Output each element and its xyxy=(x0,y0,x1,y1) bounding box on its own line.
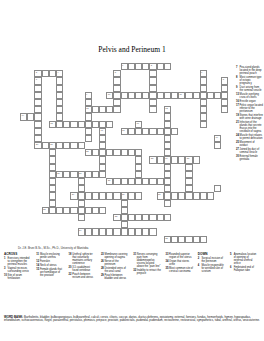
crossword-cell[interactable] xyxy=(92,207,99,214)
crossword-cell[interactable] xyxy=(92,106,99,113)
crossword-grid[interactable]: 1234567891011121314151617181920212223242… xyxy=(20,63,228,243)
crossword-cell[interactable]: 4 xyxy=(56,70,63,77)
crossword-cell[interactable] xyxy=(92,121,99,128)
blocked-cell xyxy=(185,77,192,84)
crossword-cell[interactable] xyxy=(85,135,92,142)
blocked-cell xyxy=(34,171,41,178)
crossword-cell[interactable] xyxy=(149,228,156,235)
crossword-cell[interactable] xyxy=(34,92,41,99)
blocked-cell xyxy=(92,236,99,243)
blocked-cell xyxy=(157,185,164,192)
crossword-cell[interactable] xyxy=(78,121,85,128)
crossword-cell[interactable] xyxy=(164,63,171,70)
crossword-cell[interactable] xyxy=(207,92,214,99)
crossword-cell[interactable] xyxy=(128,128,135,135)
blocked-cell xyxy=(106,135,113,142)
crossword-cell[interactable] xyxy=(149,178,156,185)
crossword-cell[interactable] xyxy=(142,128,149,135)
crossword-cell[interactable] xyxy=(113,85,120,92)
crossword-cell[interactable] xyxy=(113,178,120,185)
crossword-cell[interactable] xyxy=(56,113,63,120)
crossword-cell[interactable] xyxy=(135,171,142,178)
crossword-cell[interactable] xyxy=(27,113,34,120)
crossword-cell[interactable] xyxy=(185,185,192,192)
blocked-cell xyxy=(99,185,106,192)
crossword-cell[interactable] xyxy=(99,142,106,149)
crossword-cell[interactable] xyxy=(185,92,192,99)
crossword-cell[interactable]: 5 xyxy=(113,70,120,77)
crossword-cell[interactable] xyxy=(113,192,120,199)
crossword-cell[interactable] xyxy=(56,142,63,149)
crossword-cell[interactable] xyxy=(157,214,164,221)
clue-item-text: Most common site of cervical carcinoma xyxy=(169,267,193,273)
crossword-cell[interactable] xyxy=(135,63,142,70)
crossword-cell[interactable] xyxy=(193,92,200,99)
clue-column: 23Membrane covering opening of vagina26N… xyxy=(101,253,129,281)
crossword-cell[interactable]: 1 xyxy=(121,63,128,70)
crossword-cell[interactable] xyxy=(135,156,142,163)
crossword-cell[interactable] xyxy=(106,149,113,156)
blocked-cell xyxy=(56,128,63,135)
crossword-cell[interactable] xyxy=(49,200,56,207)
blocked-cell xyxy=(70,149,77,156)
crossword-cell[interactable] xyxy=(200,77,207,84)
crossword-cell[interactable] xyxy=(178,236,185,243)
blocked-cell xyxy=(157,142,164,149)
blocked-cell xyxy=(149,142,156,149)
crossword-cell[interactable] xyxy=(128,63,135,70)
crossword-cell[interactable]: 29 xyxy=(70,192,77,199)
blocked-cell xyxy=(142,135,149,142)
crossword-cell[interactable]: 32 xyxy=(42,207,49,214)
crossword-cell[interactable] xyxy=(128,178,135,185)
crossword-cell[interactable] xyxy=(92,192,99,199)
crossword-cell[interactable] xyxy=(171,236,178,243)
crossword-cell[interactable] xyxy=(78,142,85,149)
crossword-cell[interactable] xyxy=(56,92,63,99)
crossword-cell[interactable] xyxy=(135,192,142,199)
crossword-cell[interactable] xyxy=(63,121,70,128)
crossword-cell[interactable] xyxy=(135,128,142,135)
crossword-cell[interactable] xyxy=(149,128,156,135)
blocked-cell xyxy=(128,200,135,207)
crossword-cell[interactable] xyxy=(106,192,113,199)
crossword-cell[interactable] xyxy=(157,156,164,163)
crossword-cell[interactable] xyxy=(63,207,70,214)
crossword-cell[interactable]: 27 xyxy=(78,171,85,178)
crossword-cell[interactable] xyxy=(185,236,192,243)
crossword-cell[interactable] xyxy=(63,142,70,149)
crossword-cell[interactable] xyxy=(49,70,56,77)
crossword-cell[interactable]: 2 xyxy=(149,63,156,70)
crossword-cell[interactable] xyxy=(78,207,85,214)
blocked-cell xyxy=(164,207,171,214)
crossword-cell[interactable] xyxy=(221,85,228,92)
crossword-cell[interactable] xyxy=(85,113,92,120)
crossword-cell[interactable] xyxy=(34,121,41,128)
blocked-cell xyxy=(193,63,200,70)
crossword-cell[interactable] xyxy=(99,164,106,171)
clue-number: 31 xyxy=(158,193,161,195)
crossword-cell[interactable]: 25 xyxy=(185,156,192,163)
crossword-cell[interactable] xyxy=(85,171,92,178)
crossword-cell[interactable] xyxy=(121,149,128,156)
crossword-cell[interactable] xyxy=(70,142,77,149)
crossword-cell[interactable] xyxy=(49,164,56,171)
blocked-cell xyxy=(193,221,200,228)
crossword-cell[interactable] xyxy=(85,207,92,214)
crossword-cell[interactable] xyxy=(113,92,120,99)
blocked-cell xyxy=(20,70,27,77)
crossword-cell[interactable] xyxy=(70,121,77,128)
crossword-cell[interactable] xyxy=(113,106,120,113)
crossword-cell[interactable] xyxy=(185,164,192,171)
crossword-cell[interactable] xyxy=(56,106,63,113)
clue-item-text: Anomalous location of opening of externa… xyxy=(234,253,258,265)
crossword-cell[interactable] xyxy=(56,207,63,214)
crossword-cell[interactable] xyxy=(164,164,171,171)
crossword-cell[interactable] xyxy=(149,92,156,99)
crossword-cell[interactable] xyxy=(164,192,171,199)
crossword-cell[interactable] xyxy=(99,149,106,156)
clue-item: 15Female glands that are homologue of th… xyxy=(36,268,64,277)
crossword-cell[interactable] xyxy=(106,106,113,113)
blocked-cell xyxy=(78,63,85,70)
blocked-cell xyxy=(99,85,106,92)
blocked-cell xyxy=(193,99,200,106)
crossword-cell[interactable] xyxy=(78,185,85,192)
crossword-cell[interactable] xyxy=(164,128,171,135)
clue-item-text: Muscle that relaxes to permit defecation xyxy=(240,134,263,140)
crossword-cell[interactable]: 30 xyxy=(121,192,128,199)
crossword-cell[interactable] xyxy=(149,70,156,77)
crossword-cell[interactable] xyxy=(200,192,207,199)
crossword-cell[interactable] xyxy=(99,106,106,113)
crossword-cell[interactable] xyxy=(200,236,207,243)
blocked-cell xyxy=(78,236,85,243)
crossword-cell[interactable] xyxy=(70,207,77,214)
crossword-cell[interactable] xyxy=(164,178,171,185)
blocked-cell xyxy=(149,221,156,228)
blocked-cell xyxy=(121,135,128,142)
crossword-cell[interactable] xyxy=(56,99,63,106)
blocked-cell xyxy=(121,121,128,128)
crossword-cell[interactable] xyxy=(214,185,221,192)
crossword-cell[interactable] xyxy=(193,236,200,243)
crossword-cell[interactable] xyxy=(56,121,63,128)
crossword-cell[interactable] xyxy=(121,178,128,185)
crossword-cell[interactable] xyxy=(121,207,128,214)
crossword-cell[interactable] xyxy=(56,77,63,84)
crossword-cell[interactable] xyxy=(49,171,56,178)
crossword-cell[interactable] xyxy=(92,171,99,178)
crossword-cell[interactable] xyxy=(149,77,156,84)
blocked-cell xyxy=(63,164,70,171)
crossword-cell[interactable] xyxy=(135,178,142,185)
crossword-cell[interactable] xyxy=(135,92,142,99)
crossword-cell[interactable] xyxy=(149,214,156,221)
crossword-cell[interactable] xyxy=(142,63,149,70)
crossword-cell[interactable] xyxy=(85,128,92,135)
crossword-cell[interactable] xyxy=(171,192,178,199)
blocked-cell xyxy=(164,77,171,84)
blocked-cell xyxy=(207,106,214,113)
crossword-cell[interactable] xyxy=(121,200,128,207)
crossword-cell[interactable]: 14 xyxy=(20,113,27,120)
crossword-cell[interactable] xyxy=(34,113,41,120)
crossword-cell[interactable]: 22 xyxy=(85,149,92,156)
crossword-cell[interactable] xyxy=(70,171,77,178)
crossword-cell[interactable] xyxy=(142,214,149,221)
crossword-cell[interactable]: 19 xyxy=(214,135,221,142)
crossword-cell[interactable] xyxy=(142,92,149,99)
crossword-cell[interactable] xyxy=(200,85,207,92)
crossword-cell[interactable] xyxy=(99,135,106,142)
crossword-cell[interactable] xyxy=(171,156,178,163)
clue-column: 31Nerves conveying pain from abdominopel… xyxy=(133,253,161,281)
crossword-cell[interactable] xyxy=(164,121,171,128)
crossword-cell[interactable]: 7 xyxy=(34,77,41,84)
crossword-cell[interactable] xyxy=(214,92,221,99)
crossword-cell[interactable] xyxy=(142,228,149,235)
crossword-cell[interactable]: 16 xyxy=(135,121,142,128)
crossword-cell[interactable] xyxy=(85,121,92,128)
crossword-cell[interactable] xyxy=(113,228,120,235)
crossword-cell[interactable] xyxy=(99,228,106,235)
blocked-cell xyxy=(171,185,178,192)
blocked-cell xyxy=(106,142,113,149)
crossword-cell[interactable] xyxy=(49,156,56,163)
crossword-cell[interactable] xyxy=(164,185,171,192)
crossword-cell[interactable] xyxy=(113,149,120,156)
crossword-cell[interactable] xyxy=(164,200,171,207)
crossword-cell[interactable]: 8 xyxy=(221,77,228,84)
crossword-cell[interactable] xyxy=(178,192,185,199)
blocked-cell xyxy=(70,128,77,135)
crossword-cell[interactable]: 17 xyxy=(99,128,106,135)
crossword-cell[interactable]: 15 xyxy=(49,121,56,128)
crossword-cell[interactable]: 24 xyxy=(164,156,171,163)
blocked-cell xyxy=(92,178,99,185)
crossword-cell[interactable] xyxy=(85,228,92,235)
clue-item-text: Neck of uterus xyxy=(40,264,57,267)
crossword-cell[interactable] xyxy=(99,156,106,163)
blocked-cell xyxy=(171,221,178,228)
crossword-cell[interactable] xyxy=(34,99,41,106)
crossword-cell[interactable] xyxy=(121,214,128,221)
crossword-cell[interactable] xyxy=(164,149,171,156)
crossword-cell[interactable] xyxy=(99,207,106,214)
blocked-cell xyxy=(49,128,56,135)
crossword-cell[interactable]: 33 xyxy=(113,214,120,221)
blocked-cell xyxy=(42,200,49,207)
crossword-cell[interactable] xyxy=(121,228,128,235)
crossword-cell[interactable] xyxy=(49,178,56,185)
blocked-cell xyxy=(85,200,92,207)
blocked-cell xyxy=(70,135,77,142)
crossword-cell[interactable] xyxy=(193,192,200,199)
crossword-cell[interactable] xyxy=(85,99,92,106)
blocked-cell xyxy=(185,142,192,149)
blocked-cell xyxy=(56,192,63,199)
crossword-cell[interactable] xyxy=(157,92,164,99)
crossword-cell[interactable] xyxy=(106,228,113,235)
crossword-cell[interactable]: 23 xyxy=(149,156,156,163)
clue-column: 18Urethral sphincter that voluntarily ma… xyxy=(69,253,97,281)
crossword-cell[interactable] xyxy=(178,156,185,163)
crossword-cell[interactable] xyxy=(157,63,164,70)
crossword-cell[interactable] xyxy=(135,164,142,171)
crossword-cell[interactable] xyxy=(149,85,156,92)
crossword-cell[interactable] xyxy=(149,99,156,106)
clue-item: 6Fimbriated end of Fallopian tube xyxy=(230,266,258,272)
crossword-cell[interactable]: 6 xyxy=(200,70,207,77)
blocked-cell xyxy=(99,113,106,120)
crossword-cell[interactable] xyxy=(221,99,228,106)
clue-number: 10 xyxy=(108,93,111,95)
crossword-cell[interactable] xyxy=(164,135,171,142)
crossword-cell[interactable] xyxy=(78,178,85,185)
crossword-cell[interactable] xyxy=(185,171,192,178)
crossword-cell[interactable] xyxy=(221,106,228,113)
crossword-cell[interactable] xyxy=(214,142,221,149)
crossword-cell[interactable] xyxy=(42,70,49,77)
crossword-cell[interactable] xyxy=(78,200,85,207)
crossword-cell[interactable] xyxy=(99,192,106,199)
blocked-cell xyxy=(92,221,99,228)
crossword-cell[interactable] xyxy=(128,92,135,99)
crossword-cell[interactable] xyxy=(128,149,135,156)
crossword-cell[interactable] xyxy=(135,214,142,221)
crossword-cell[interactable] xyxy=(49,207,56,214)
crossword-cell[interactable] xyxy=(164,142,171,149)
crossword-cell[interactable] xyxy=(63,171,70,178)
crossword-cell[interactable] xyxy=(200,92,207,99)
blocked-cell xyxy=(185,113,192,120)
blocked-cell xyxy=(113,171,120,178)
crossword-cell[interactable]: 21 xyxy=(49,142,56,149)
blocked-cell xyxy=(171,178,178,185)
crossword-cell[interactable] xyxy=(149,106,156,113)
crossword-cell[interactable] xyxy=(200,113,207,120)
crossword-cell[interactable] xyxy=(34,106,41,113)
crossword-cell[interactable] xyxy=(193,156,200,163)
crossword-cell[interactable]: 34 xyxy=(78,228,85,235)
blocked-cell xyxy=(214,221,221,228)
crossword-cell[interactable]: 9 xyxy=(85,92,92,99)
crossword-cell[interactable] xyxy=(128,228,135,235)
crossword-cell[interactable]: 26 xyxy=(56,171,63,178)
crossword-cell[interactable] xyxy=(200,99,207,106)
clue-item-text: Organ that stores urine xyxy=(169,260,193,266)
blocked-cell xyxy=(92,164,99,171)
blocked-cell xyxy=(106,207,113,214)
crossword-cell[interactable]: 18 xyxy=(121,128,128,135)
blocked-cell xyxy=(20,164,27,171)
blocked-cell xyxy=(106,214,113,221)
crossword-cell[interactable]: 12 xyxy=(85,106,92,113)
crossword-cell[interactable] xyxy=(135,228,142,235)
crossword-cell[interactable] xyxy=(157,178,164,185)
crossword-cell[interactable] xyxy=(164,113,171,120)
crossword-cell[interactable] xyxy=(171,92,178,99)
crossword-cell[interactable]: 35 xyxy=(164,236,171,243)
crossword-cell[interactable] xyxy=(128,214,135,221)
crossword-cell[interactable] xyxy=(78,214,85,221)
crossword-cell[interactable]: 13 xyxy=(164,106,171,113)
crossword-cell[interactable] xyxy=(157,128,164,135)
crossword-cell[interactable] xyxy=(113,99,120,106)
blocked-cell xyxy=(34,207,41,214)
crossword-cell[interactable] xyxy=(56,85,63,92)
blocked-cell xyxy=(193,178,200,185)
crossword-cell[interactable] xyxy=(78,192,85,199)
crossword-cell[interactable] xyxy=(92,228,99,235)
crossword-cell[interactable] xyxy=(42,142,49,149)
crossword-cell[interactable] xyxy=(200,121,207,128)
blocked-cell xyxy=(27,121,34,128)
crossword-cell[interactable] xyxy=(99,121,106,128)
crossword-cell[interactable] xyxy=(185,192,192,199)
blocked-cell xyxy=(63,135,70,142)
crossword-cell[interactable] xyxy=(142,178,149,185)
crossword-cell[interactable] xyxy=(164,214,171,221)
crossword-cell[interactable]: 20 xyxy=(34,142,41,149)
crossword-cell[interactable] xyxy=(164,171,171,178)
crossword-cell[interactable] xyxy=(113,77,120,84)
crossword-cell[interactable] xyxy=(185,178,192,185)
blocked-cell xyxy=(214,207,221,214)
clue-number: 3 xyxy=(36,71,37,73)
crossword-cell[interactable] xyxy=(49,192,56,199)
crossword-cell[interactable] xyxy=(34,128,41,135)
crossword-cell[interactable] xyxy=(49,149,56,156)
blocked-cell xyxy=(27,214,34,221)
crossword-cell[interactable] xyxy=(49,185,56,192)
crossword-cell[interactable] xyxy=(92,149,99,156)
blocked-cell xyxy=(171,149,178,156)
crossword-cell[interactable] xyxy=(207,192,214,199)
crossword-cell[interactable] xyxy=(171,128,178,135)
clue-item: 203-5 caudalmost fused vertebrae xyxy=(69,266,97,272)
crossword-cell[interactable] xyxy=(128,192,135,199)
crossword-cell[interactable]: 3 xyxy=(34,70,41,77)
crossword-cell[interactable] xyxy=(121,221,128,228)
crossword-cell[interactable]: 10 xyxy=(106,92,113,99)
crossword-cell[interactable] xyxy=(200,106,207,113)
crossword-cell[interactable] xyxy=(85,192,92,199)
blocked-cell xyxy=(207,221,214,228)
blocked-cell xyxy=(157,77,164,84)
crossword-cell[interactable] xyxy=(221,92,228,99)
blocked-cell xyxy=(42,121,49,128)
crossword-cell[interactable] xyxy=(99,171,106,178)
blocked-cell xyxy=(34,63,41,70)
crossword-cell[interactable] xyxy=(106,121,113,128)
crossword-cell[interactable]: 31 xyxy=(157,192,164,199)
blocked-cell xyxy=(92,85,99,92)
crossword-cell[interactable] xyxy=(34,85,41,92)
crossword-cell[interactable]: 28 xyxy=(106,178,113,185)
blocked-cell xyxy=(142,77,149,84)
crossword-cell[interactable] xyxy=(164,92,171,99)
crossword-cell[interactable] xyxy=(34,135,41,142)
crossword-cell[interactable]: 11 xyxy=(178,92,185,99)
crossword-cell[interactable] xyxy=(135,149,142,156)
crossword-cell[interactable] xyxy=(121,92,128,99)
blocked-cell xyxy=(185,63,192,70)
blocked-cell xyxy=(56,164,63,171)
